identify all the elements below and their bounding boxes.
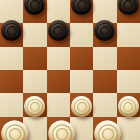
board-square[interactable] — [47, 23, 70, 46]
board-square[interactable] — [0, 47, 23, 70]
dark-checker-piece[interactable] — [48, 20, 69, 41]
piece-core — [123, 102, 133, 112]
board-square[interactable] — [70, 47, 93, 70]
board-square[interactable] — [93, 93, 116, 116]
dark-checker-piece[interactable] — [118, 0, 139, 15]
piece-core — [53, 26, 63, 36]
board-square[interactable] — [117, 47, 140, 70]
board-square[interactable] — [70, 23, 93, 46]
board-square[interactable] — [70, 70, 93, 93]
piece-core — [8, 127, 21, 140]
board-square[interactable] — [23, 70, 46, 93]
board-square[interactable] — [47, 70, 70, 93]
dark-checker-piece[interactable] — [1, 20, 22, 41]
piece-core — [30, 102, 40, 112]
board-square[interactable] — [47, 47, 70, 70]
board-square[interactable] — [0, 23, 23, 46]
board-square[interactable] — [117, 70, 140, 93]
piece-core — [7, 26, 17, 36]
board-square[interactable] — [23, 0, 46, 23]
board-square[interactable] — [117, 0, 140, 23]
light-checker-piece[interactable] — [24, 96, 45, 117]
board-square[interactable] — [117, 23, 140, 46]
board-square[interactable] — [23, 23, 46, 46]
light-checker-piece[interactable] — [71, 96, 92, 117]
dark-checker-piece[interactable] — [71, 0, 92, 15]
piece-core — [30, 0, 40, 10]
dark-checker-piece[interactable] — [24, 0, 45, 15]
board-square[interactable] — [0, 117, 23, 140]
board-square[interactable] — [0, 93, 23, 116]
piece-core — [77, 102, 87, 112]
board-square[interactable] — [93, 70, 116, 93]
board-square[interactable] — [93, 117, 116, 140]
board-square[interactable] — [117, 93, 140, 116]
checkers-board — [0, 0, 140, 140]
board-square[interactable] — [70, 93, 93, 116]
board-square[interactable] — [47, 117, 70, 140]
board-square[interactable] — [0, 70, 23, 93]
board-square[interactable] — [93, 23, 116, 46]
board-square[interactable] — [23, 47, 46, 70]
piece-core — [100, 26, 110, 36]
piece-core — [102, 127, 115, 140]
board-square[interactable] — [47, 93, 70, 116]
board-square[interactable] — [70, 0, 93, 23]
board-square[interactable] — [23, 93, 46, 116]
board-square[interactable] — [93, 47, 116, 70]
light-checker-piece[interactable] — [118, 96, 139, 117]
light-checker-piece[interactable] — [48, 120, 74, 140]
piece-core — [77, 0, 87, 10]
dark-checker-piece[interactable] — [94, 20, 115, 41]
piece-core — [123, 0, 133, 10]
piece-core — [55, 127, 68, 140]
